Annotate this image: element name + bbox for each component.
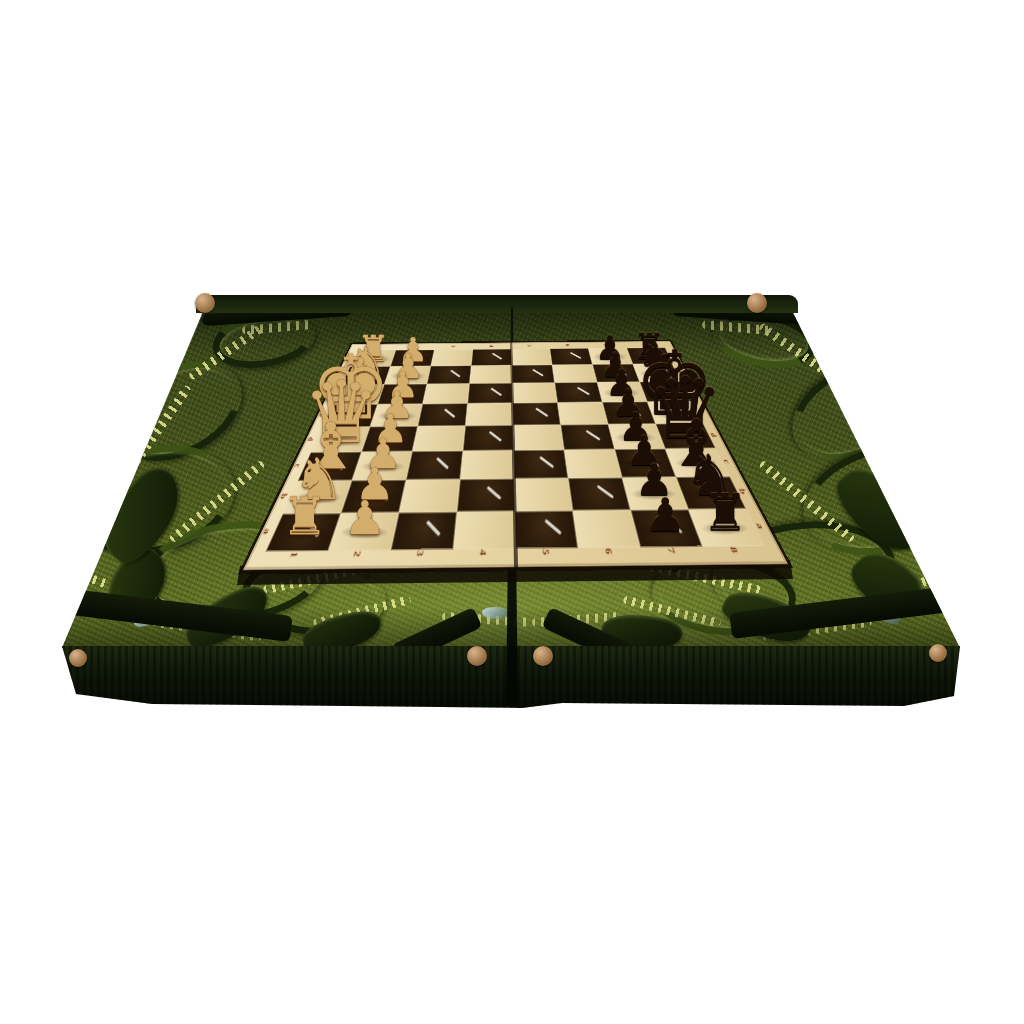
square-e5[interactable] xyxy=(512,403,560,426)
scene: 1122334455667788hhggffeeddccbbaa ♜♞♝♛♚♝♞… xyxy=(0,0,1024,1024)
latch-knob[interactable] xyxy=(195,293,215,313)
square-a5[interactable] xyxy=(515,511,578,549)
coordinate-label-3: 3 xyxy=(450,345,456,347)
square-f5[interactable] xyxy=(512,383,557,403)
square-e4[interactable] xyxy=(465,403,513,426)
coordinate-label-5: 5 xyxy=(526,344,532,346)
coordinate-label-5: 5 xyxy=(541,549,550,555)
square-h4[interactable] xyxy=(471,349,511,366)
coordinate-label-4: 4 xyxy=(488,345,493,347)
square-c3[interactable] xyxy=(406,451,463,480)
square-h3[interactable] xyxy=(431,349,473,366)
square-b5[interactable] xyxy=(514,478,573,511)
latch-knob[interactable] xyxy=(929,644,947,662)
coordinate-label-4: 4 xyxy=(478,549,487,555)
square-d6[interactable] xyxy=(561,424,615,449)
square-d3[interactable] xyxy=(412,426,465,452)
square-a4[interactable] xyxy=(453,511,515,549)
square-c4[interactable] xyxy=(460,450,514,479)
square-a6[interactable] xyxy=(573,510,641,548)
box-back-rim xyxy=(196,295,798,313)
square-c5[interactable] xyxy=(514,450,569,479)
coordinate-label-a: a xyxy=(261,529,272,535)
square-b3[interactable] xyxy=(399,479,460,512)
square-d4[interactable] xyxy=(463,425,514,451)
square-h6[interactable] xyxy=(550,348,593,365)
coordinate-label-3: 3 xyxy=(415,550,425,556)
latch-knob[interactable] xyxy=(747,293,767,313)
square-g5[interactable] xyxy=(512,365,555,383)
coordinate-label-a: a xyxy=(754,523,765,529)
carving-glint xyxy=(914,522,939,554)
coordinate-label-7: 7 xyxy=(666,547,677,553)
latch-knob[interactable] xyxy=(69,649,87,667)
square-f4[interactable] xyxy=(468,383,513,403)
latch-knob[interactable] xyxy=(533,646,553,666)
coordinate-label-2: 2 xyxy=(351,551,362,557)
square-f6[interactable] xyxy=(555,382,603,402)
square-e6[interactable] xyxy=(557,402,608,425)
coordinate-label-1: 1 xyxy=(288,552,299,558)
piece-black-rook-a8[interactable]: ♜ xyxy=(700,487,751,538)
square-g3[interactable] xyxy=(427,366,471,384)
coordinate-label-8: 8 xyxy=(728,547,739,553)
square-b4[interactable] xyxy=(457,479,515,512)
piece-white-pawn-a2[interactable]: ♟ xyxy=(342,495,389,542)
piece-black-pawn-a7[interactable]: ♟ xyxy=(642,492,688,538)
latch-knob[interactable] xyxy=(467,646,487,666)
square-f3[interactable] xyxy=(423,383,470,403)
square-a3[interactable] xyxy=(391,512,457,550)
square-g4[interactable] xyxy=(469,365,512,383)
square-g6[interactable] xyxy=(552,364,597,382)
square-c6[interactable] xyxy=(564,449,622,478)
square-h5[interactable] xyxy=(511,349,552,366)
piece-white-rook-a1[interactable]: ♜ xyxy=(279,491,330,542)
square-e3[interactable] xyxy=(418,403,468,426)
square-d5[interactable] xyxy=(513,425,564,451)
coordinate-label-6: 6 xyxy=(603,548,613,554)
coordinate-label-6: 6 xyxy=(564,344,570,346)
square-b6[interactable] xyxy=(568,478,630,511)
